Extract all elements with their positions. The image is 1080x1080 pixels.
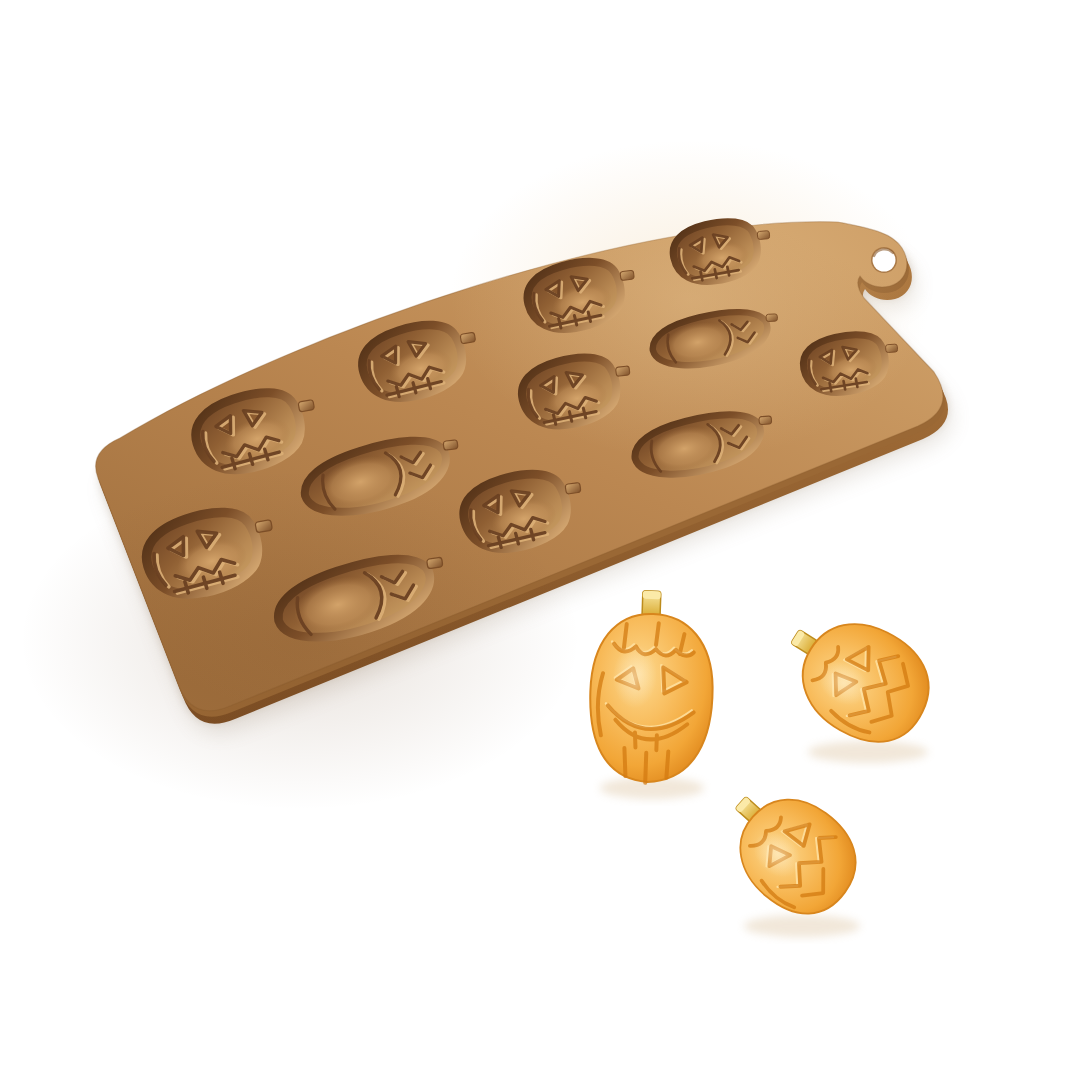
gummy-pumpkin-2 [766,592,949,763]
candy-body [587,612,715,784]
product-photo [0,0,1080,1080]
gummy-pumpkin-1 [587,589,716,785]
candy-3-shadow [744,915,860,937]
hanging-hole [871,247,897,273]
gummy-pumpkin-3 [705,766,876,934]
candy-2-shadow [808,741,928,763]
scene-canvas [0,0,1080,1080]
mold-tray [20,140,948,810]
surface-sheen [450,140,930,460]
